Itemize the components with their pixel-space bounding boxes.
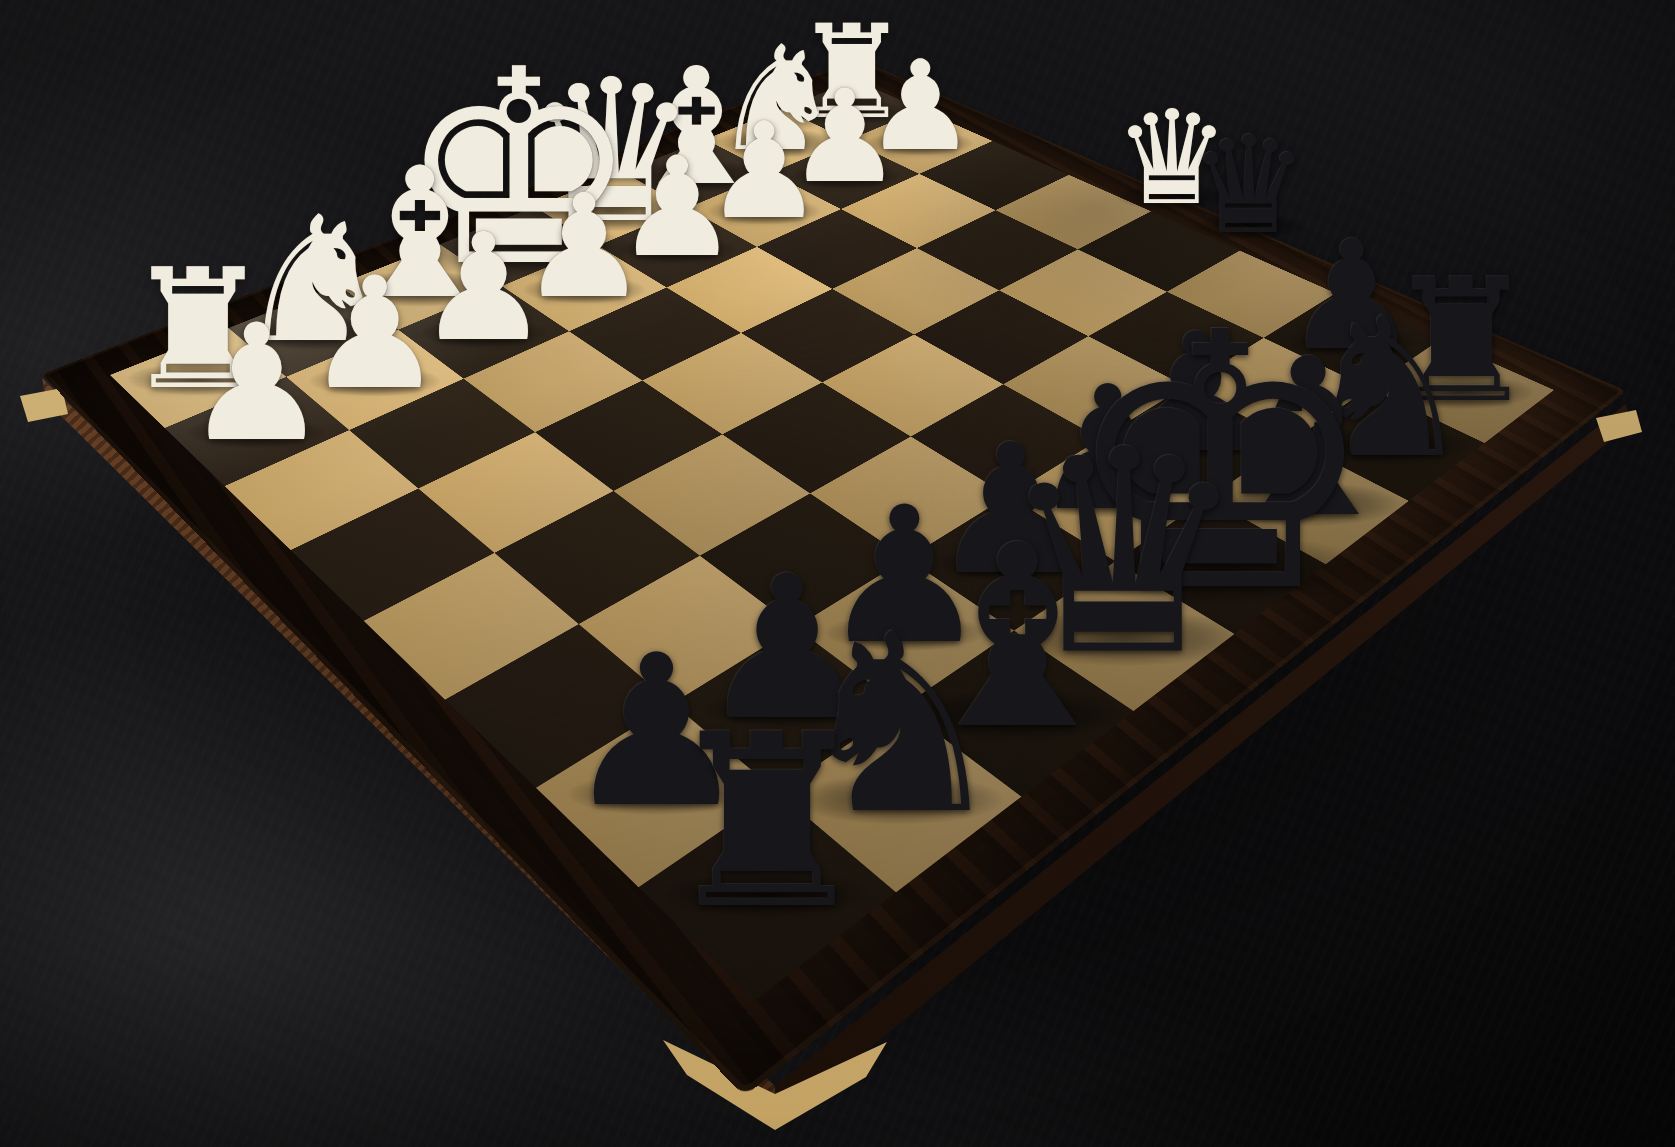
piece-white-pawn-h2[interactable]: ♟	[185, 303, 329, 464]
piece-black-rook-h8[interactable]: ♜	[660, 703, 875, 942]
scene: ♜♞♝♛♚♝♞♜♟♟♟♟♟♟♟♟♜♞♝♚♛♝♞♜♟♟♟♟♟♟♟♛♛	[0, 0, 1675, 1147]
